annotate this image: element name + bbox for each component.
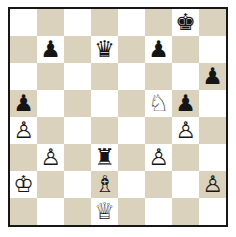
square-b3[interactable]: ♙ [37,144,64,171]
square-b1[interactable] [37,198,64,225]
square-c5[interactable] [64,90,91,117]
square-e4[interactable] [118,117,145,144]
square-a2[interactable]: ♔ [10,171,37,198]
square-c2[interactable] [64,171,91,198]
square-d2[interactable]: ♗ [91,171,118,198]
square-a8[interactable] [10,9,37,36]
square-e2[interactable] [118,171,145,198]
piece-black-king: ♚ [175,9,196,36]
square-f6[interactable] [145,63,172,90]
square-d8[interactable] [91,9,118,36]
piece-white-king: ♔ [13,171,34,198]
piece-black-rook: ♜ [94,144,115,171]
square-c4[interactable] [64,117,91,144]
square-b4[interactable] [37,117,64,144]
square-f8[interactable] [145,9,172,36]
piece-white-pawn: ♙ [202,171,223,198]
square-e5[interactable] [118,90,145,117]
square-a3[interactable] [10,144,37,171]
square-g2[interactable] [172,171,199,198]
square-e8[interactable] [118,9,145,36]
piece-white-pawn: ♙ [175,117,196,144]
square-d6[interactable] [91,63,118,90]
square-d1[interactable]: ♕ [91,198,118,225]
square-a4[interactable]: ♙ [10,117,37,144]
square-a5[interactable]: ♟ [10,90,37,117]
square-h3[interactable] [199,144,226,171]
square-g6[interactable] [172,63,199,90]
square-b6[interactable] [37,63,64,90]
square-f5[interactable]: ♘ [145,90,172,117]
square-e1[interactable] [118,198,145,225]
piece-black-pawn: ♟ [40,36,61,63]
piece-white-pawn: ♙ [13,117,34,144]
piece-white-queen: ♕ [94,198,115,225]
square-e7[interactable] [118,36,145,63]
square-c3[interactable] [64,144,91,171]
piece-black-pawn: ♟ [13,90,34,117]
square-g4[interactable]: ♙ [172,117,199,144]
square-c6[interactable] [64,63,91,90]
square-b2[interactable] [37,171,64,198]
square-a6[interactable] [10,63,37,90]
piece-black-pawn: ♟ [148,36,169,63]
square-g1[interactable] [172,198,199,225]
square-b5[interactable] [37,90,64,117]
square-g5[interactable]: ♟ [172,90,199,117]
piece-white-pawn: ♙ [40,144,61,171]
square-f1[interactable] [145,198,172,225]
piece-black-pawn: ♟ [202,63,223,90]
square-d4[interactable] [91,117,118,144]
piece-white-pawn: ♙ [148,144,169,171]
square-f3[interactable]: ♙ [145,144,172,171]
square-h2[interactable]: ♙ [199,171,226,198]
square-e6[interactable] [118,63,145,90]
piece-black-pawn: ♟ [175,90,196,117]
square-h7[interactable] [199,36,226,63]
square-h5[interactable] [199,90,226,117]
square-h1[interactable] [199,198,226,225]
chess-board: ♚♟♛♟♟♟♘♟♙♙♙♜♙♔♗♙♕ [8,7,228,227]
square-d5[interactable] [91,90,118,117]
square-h4[interactable] [199,117,226,144]
square-f4[interactable] [145,117,172,144]
square-d3[interactable]: ♜ [91,144,118,171]
square-c7[interactable] [64,36,91,63]
square-e3[interactable] [118,144,145,171]
square-a1[interactable] [10,198,37,225]
square-h6[interactable]: ♟ [199,63,226,90]
chess-diagram-page: ♚♟♛♟♟♟♘♟♙♙♙♜♙♔♗♙♕ [0,0,236,237]
square-g7[interactable] [172,36,199,63]
square-f7[interactable]: ♟ [145,36,172,63]
square-g3[interactable] [172,144,199,171]
square-f2[interactable] [145,171,172,198]
square-g8[interactable]: ♚ [172,9,199,36]
piece-white-knight: ♘ [148,90,169,117]
square-d7[interactable]: ♛ [91,36,118,63]
piece-white-bishop: ♗ [94,171,115,198]
square-c1[interactable] [64,198,91,225]
square-h8[interactable] [199,9,226,36]
square-a7[interactable] [10,36,37,63]
square-b8[interactable] [37,9,64,36]
piece-black-queen: ♛ [94,36,115,63]
square-c8[interactable] [64,9,91,36]
square-b7[interactable]: ♟ [37,36,64,63]
